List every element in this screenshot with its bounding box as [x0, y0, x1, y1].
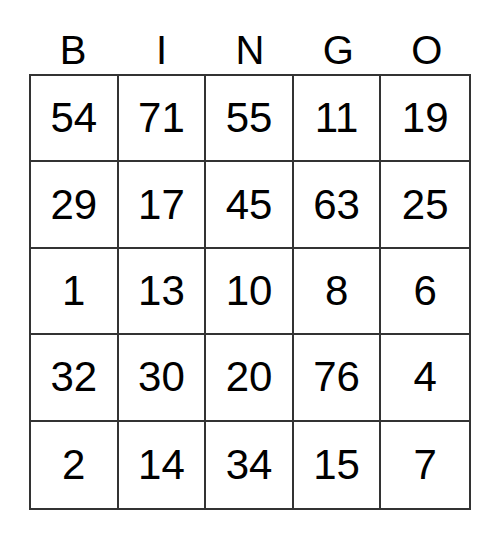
header-letter-o: O: [383, 30, 471, 74]
bingo-header-row: B I N G O: [29, 0, 471, 74]
header-letter-g: G: [294, 30, 382, 74]
bingo-cell-r4c2[interactable]: 30: [119, 335, 207, 421]
bingo-cell-r1c4[interactable]: 11: [294, 76, 382, 162]
bingo-cell-r5c4[interactable]: 15: [294, 422, 382, 508]
bingo-cell-r4c4[interactable]: 76: [294, 335, 382, 421]
bingo-cell-r2c4[interactable]: 63: [294, 162, 382, 248]
bingo-cell-r3c2[interactable]: 13: [119, 249, 207, 335]
bingo-cell-r4c1[interactable]: 32: [31, 335, 119, 421]
header-letter-n: N: [206, 30, 294, 74]
header-letter-b: B: [29, 30, 117, 74]
bingo-cell-r2c1[interactable]: 29: [31, 162, 119, 248]
bingo-cell-r4c5[interactable]: 4: [381, 335, 469, 421]
bingo-cell-r3c1[interactable]: 1: [31, 249, 119, 335]
header-letter-i: I: [117, 30, 205, 74]
bingo-cell-r5c5[interactable]: 7: [381, 422, 469, 508]
bingo-cell-r1c1[interactable]: 54: [31, 76, 119, 162]
bingo-cell-r1c2[interactable]: 71: [119, 76, 207, 162]
bingo-cell-r3c5[interactable]: 6: [381, 249, 469, 335]
bingo-cell-r5c2[interactable]: 14: [119, 422, 207, 508]
bingo-cell-r3c3[interactable]: 10: [206, 249, 294, 335]
bingo-cell-r5c1[interactable]: 2: [31, 422, 119, 508]
bingo-cell-r3c4[interactable]: 8: [294, 249, 382, 335]
bingo-cell-r1c3[interactable]: 55: [206, 76, 294, 162]
bingo-cell-r5c3[interactable]: 34: [206, 422, 294, 508]
bingo-grid: 54 71 55 11 19 29 17 45 63 25 1 13 10 8 …: [29, 74, 471, 510]
bingo-cell-r2c2[interactable]: 17: [119, 162, 207, 248]
bingo-cell-r1c5[interactable]: 19: [381, 76, 469, 162]
bingo-cell-r2c5[interactable]: 25: [381, 162, 469, 248]
bingo-cell-r4c3[interactable]: 20: [206, 335, 294, 421]
bingo-card: B I N G O 54 71 55 11 19 29 17 45 63 25 …: [29, 0, 471, 510]
bingo-cell-r2c3[interactable]: 45: [206, 162, 294, 248]
